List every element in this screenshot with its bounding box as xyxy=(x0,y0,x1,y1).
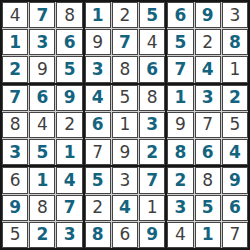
sudoku-cell-r3c1[interactable]: 2 xyxy=(2,56,28,82)
sudoku-cell-r7c8[interactable]: 8 xyxy=(195,167,221,193)
sudoku-cell-r7c6[interactable]: 7 xyxy=(139,167,165,193)
sudoku-cell-r4c2[interactable]: 6 xyxy=(29,85,55,111)
sudoku-box-1: 478136295 xyxy=(2,2,83,83)
sudoku-cell-r5c7[interactable]: 9 xyxy=(167,112,193,138)
sudoku-cell-r6c7[interactable]: 8 xyxy=(167,139,193,165)
sudoku-cell-r2c3[interactable]: 6 xyxy=(56,29,82,55)
sudoku-cell-r5c2[interactable]: 4 xyxy=(29,112,55,138)
sudoku-cell-r2c4[interactable]: 9 xyxy=(85,29,111,55)
sudoku-box-7: 614987523 xyxy=(2,167,83,248)
sudoku-cell-r9c6[interactable]: 9 xyxy=(139,222,165,248)
sudoku-cell-r4c9[interactable]: 2 xyxy=(222,85,248,111)
sudoku-cell-r2c8[interactable]: 2 xyxy=(195,29,221,55)
sudoku-cell-r3c4[interactable]: 3 xyxy=(85,56,111,82)
sudoku-cell-r1c3[interactable]: 8 xyxy=(56,2,82,28)
sudoku-cell-r9c2[interactable]: 2 xyxy=(29,222,55,248)
sudoku-cell-r6c6[interactable]: 2 xyxy=(139,139,165,165)
sudoku-cell-r7c7[interactable]: 2 xyxy=(167,167,193,193)
sudoku-cell-r6c2[interactable]: 5 xyxy=(29,139,55,165)
sudoku-cell-r3c6[interactable]: 6 xyxy=(139,56,165,82)
sudoku-cell-r9c8[interactable]: 1 xyxy=(195,222,221,248)
sudoku-box-3: 693528741 xyxy=(167,2,248,83)
sudoku-box-8: 537241869 xyxy=(85,167,166,248)
sudoku-cell-r8c2[interactable]: 8 xyxy=(29,195,55,221)
sudoku-cell-r7c9[interactable]: 9 xyxy=(222,167,248,193)
sudoku-cell-r6c9[interactable]: 4 xyxy=(222,139,248,165)
sudoku-cell-r3c3[interactable]: 5 xyxy=(56,56,82,82)
sudoku-cell-r8c7[interactable]: 3 xyxy=(167,195,193,221)
sudoku-cell-r7c3[interactable]: 4 xyxy=(56,167,82,193)
sudoku-cell-r1c6[interactable]: 5 xyxy=(139,2,165,28)
sudoku-box-5: 458613792 xyxy=(85,85,166,166)
sudoku-cell-r3c9[interactable]: 1 xyxy=(222,56,248,82)
sudoku-cell-r9c5[interactable]: 6 xyxy=(112,222,138,248)
sudoku-cell-r9c7[interactable]: 4 xyxy=(167,222,193,248)
sudoku-cell-r1c4[interactable]: 1 xyxy=(85,2,111,28)
sudoku-cell-r4c7[interactable]: 1 xyxy=(167,85,193,111)
sudoku-cell-r8c9[interactable]: 6 xyxy=(222,195,248,221)
sudoku-cell-r4c1[interactable]: 7 xyxy=(2,85,28,111)
sudoku-cell-r7c5[interactable]: 3 xyxy=(112,167,138,193)
sudoku-cell-r8c3[interactable]: 7 xyxy=(56,195,82,221)
sudoku-cell-r4c4[interactable]: 4 xyxy=(85,85,111,111)
sudoku-cell-r6c5[interactable]: 9 xyxy=(112,139,138,165)
sudoku-cell-r2c7[interactable]: 5 xyxy=(167,29,193,55)
sudoku-cell-r5c6[interactable]: 3 xyxy=(139,112,165,138)
sudoku-cell-r8c4[interactable]: 2 xyxy=(85,195,111,221)
sudoku-box-6: 132975864 xyxy=(167,85,248,166)
sudoku-cell-r4c8[interactable]: 3 xyxy=(195,85,221,111)
sudoku-cell-r3c2[interactable]: 9 xyxy=(29,56,55,82)
sudoku-cell-r1c2[interactable]: 7 xyxy=(29,2,55,28)
sudoku-cell-r6c3[interactable]: 1 xyxy=(56,139,82,165)
sudoku-cell-r5c1[interactable]: 8 xyxy=(2,112,28,138)
sudoku-cell-r4c6[interactable]: 8 xyxy=(139,85,165,111)
sudoku-cell-r9c4[interactable]: 8 xyxy=(85,222,111,248)
sudoku-cell-r4c3[interactable]: 9 xyxy=(56,85,82,111)
sudoku-cell-r5c4[interactable]: 6 xyxy=(85,112,111,138)
sudoku-cell-r5c5[interactable]: 1 xyxy=(112,112,138,138)
sudoku-cell-r4c5[interactable]: 5 xyxy=(112,85,138,111)
sudoku-cell-r3c5[interactable]: 8 xyxy=(112,56,138,82)
sudoku-cell-r1c9[interactable]: 3 xyxy=(222,2,248,28)
sudoku-box-4: 769842351 xyxy=(2,85,83,166)
sudoku-cell-r2c5[interactable]: 7 xyxy=(112,29,138,55)
sudoku-cell-r6c1[interactable]: 3 xyxy=(2,139,28,165)
sudoku-box-9: 289356417 xyxy=(167,167,248,248)
sudoku-cell-r5c9[interactable]: 5 xyxy=(222,112,248,138)
sudoku-cell-r8c6[interactable]: 1 xyxy=(139,195,165,221)
sudoku-cell-r1c1[interactable]: 4 xyxy=(2,2,28,28)
sudoku-cell-r7c4[interactable]: 5 xyxy=(85,167,111,193)
sudoku-cell-r2c2[interactable]: 3 xyxy=(29,29,55,55)
sudoku-cell-r2c9[interactable]: 8 xyxy=(222,29,248,55)
sudoku-cell-r7c2[interactable]: 1 xyxy=(29,167,55,193)
sudoku-cell-r3c7[interactable]: 7 xyxy=(167,56,193,82)
sudoku-cell-r7c1[interactable]: 6 xyxy=(2,167,28,193)
sudoku-cell-r8c8[interactable]: 5 xyxy=(195,195,221,221)
sudoku-cell-r1c7[interactable]: 6 xyxy=(167,2,193,28)
sudoku-cell-r1c8[interactable]: 9 xyxy=(195,2,221,28)
sudoku-cell-r2c1[interactable]: 1 xyxy=(2,29,28,55)
sudoku-cell-r9c9[interactable]: 7 xyxy=(222,222,248,248)
sudoku-cell-r1c5[interactable]: 2 xyxy=(112,2,138,28)
sudoku-cell-r6c4[interactable]: 7 xyxy=(85,139,111,165)
sudoku-cell-r9c3[interactable]: 3 xyxy=(56,222,82,248)
sudoku-cell-r8c5[interactable]: 4 xyxy=(112,195,138,221)
sudoku-cell-r3c8[interactable]: 4 xyxy=(195,56,221,82)
sudoku-cell-r9c1[interactable]: 5 xyxy=(2,222,28,248)
sudoku-cell-r5c3[interactable]: 2 xyxy=(56,112,82,138)
sudoku-cell-r5c8[interactable]: 7 xyxy=(195,112,221,138)
sudoku-cell-r8c1[interactable]: 9 xyxy=(2,195,28,221)
sudoku-cell-r2c6[interactable]: 4 xyxy=(139,29,165,55)
sudoku-box-2: 125974386 xyxy=(85,2,166,83)
sudoku-board: 4781362951259743866935287417698423514586… xyxy=(0,0,250,250)
sudoku-cell-r6c8[interactable]: 6 xyxy=(195,139,221,165)
